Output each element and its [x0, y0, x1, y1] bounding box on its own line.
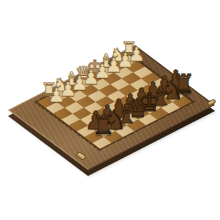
chess-board: ♜♞♝♛♚♝♞♜♟♟♟♟♟♟♟♟♟♟♟♟♟♟♟♟♜♞♝♛♚♝♞♜: [8, 45, 215, 170]
product-photo-canvas: ♜♞♝♛♚♝♞♜♟♟♟♟♟♟♟♟♟♟♟♟♟♟♟♟♜♞♝♛♚♝♞♜: [0, 0, 220, 220]
